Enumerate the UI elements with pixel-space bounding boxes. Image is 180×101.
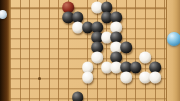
blue-action-button[interactable] — [167, 32, 180, 46]
intersection[interactable] — [15, 93, 25, 101]
intersection[interactable] — [15, 63, 25, 73]
intersection[interactable] — [73, 53, 83, 63]
intersection[interactable] — [35, 53, 45, 63]
intersection[interactable] — [112, 93, 122, 101]
intersection[interactable] — [25, 53, 35, 63]
intersection — [92, 53, 102, 63]
intersection[interactable] — [44, 23, 54, 33]
intersection[interactable] — [44, 63, 54, 73]
intersection[interactable] — [131, 83, 141, 93]
intersection[interactable] — [44, 53, 54, 63]
intersection[interactable] — [15, 3, 25, 13]
intersection[interactable] — [35, 73, 45, 83]
intersection[interactable] — [150, 43, 160, 53]
intersection[interactable] — [63, 73, 73, 83]
intersection — [121, 43, 131, 53]
intersection[interactable] — [15, 13, 25, 23]
intersection[interactable] — [150, 23, 160, 33]
game-screenshot — [0, 0, 180, 101]
intersection[interactable] — [150, 93, 160, 101]
intersection[interactable] — [25, 3, 35, 13]
intersection[interactable] — [25, 13, 35, 23]
intersection[interactable] — [54, 93, 64, 101]
intersection[interactable] — [44, 83, 54, 93]
intersection[interactable] — [15, 83, 25, 93]
intersection[interactable] — [141, 13, 151, 23]
intersection[interactable] — [83, 83, 93, 93]
intersection[interactable] — [35, 83, 45, 93]
intersection[interactable] — [112, 83, 122, 93]
intersection[interactable] — [54, 73, 64, 83]
intersection — [121, 73, 131, 83]
intersection[interactable] — [63, 63, 73, 73]
intersection[interactable] — [54, 23, 64, 33]
intersection[interactable] — [131, 23, 141, 33]
intersection[interactable] — [15, 33, 25, 43]
intersection[interactable] — [25, 63, 35, 73]
intersection[interactable] — [25, 23, 35, 33]
intersection[interactable] — [25, 93, 35, 101]
intersection[interactable] — [15, 53, 25, 63]
intersection[interactable] — [35, 3, 45, 13]
intersection[interactable] — [63, 83, 73, 93]
intersection[interactable] — [131, 43, 141, 53]
intersection[interactable] — [54, 63, 64, 73]
intersection[interactable] — [54, 33, 64, 43]
intersection[interactable] — [83, 93, 93, 101]
right-board-edge — [166, 0, 180, 101]
intersection — [83, 73, 93, 83]
game-board — [6, 3, 170, 101]
intersection — [131, 63, 141, 73]
intersection[interactable] — [150, 13, 160, 23]
intersection[interactable] — [150, 33, 160, 43]
intersection[interactable] — [141, 3, 151, 13]
intersection[interactable] — [73, 33, 83, 43]
intersection[interactable] — [44, 93, 54, 101]
intersection[interactable] — [35, 23, 45, 33]
intersection[interactable] — [35, 63, 45, 73]
intersection[interactable] — [15, 43, 25, 53]
intersection[interactable] — [131, 3, 141, 13]
intersection[interactable] — [141, 33, 151, 43]
intersection[interactable] — [54, 83, 64, 93]
intersection[interactable] — [121, 13, 131, 23]
intersection[interactable] — [35, 93, 45, 101]
intersection[interactable] — [141, 93, 151, 101]
intersection[interactable] — [131, 93, 141, 101]
intersection[interactable] — [44, 43, 54, 53]
intersection[interactable] — [92, 93, 102, 101]
intersection[interactable] — [25, 73, 35, 83]
intersection[interactable] — [54, 53, 64, 63]
intersection[interactable] — [35, 43, 45, 53]
intersection[interactable] — [63, 43, 73, 53]
intersection[interactable] — [15, 23, 25, 33]
intersection[interactable] — [25, 83, 35, 93]
intersection[interactable] — [25, 43, 35, 53]
intersection[interactable] — [92, 83, 102, 93]
intersection[interactable] — [92, 73, 102, 83]
rail-marble-icon — [0, 10, 7, 19]
intersection[interactable] — [121, 3, 131, 13]
intersection[interactable] — [73, 43, 83, 53]
intersection — [141, 53, 151, 63]
intersection[interactable] — [102, 83, 112, 93]
intersection[interactable] — [102, 93, 112, 101]
intersection[interactable] — [131, 33, 141, 43]
intersection[interactable] — [150, 3, 160, 13]
intersection[interactable] — [63, 33, 73, 43]
intersection[interactable] — [121, 93, 131, 101]
intersection[interactable] — [15, 73, 25, 83]
intersection[interactable] — [35, 33, 45, 43]
intersection[interactable] — [121, 23, 131, 33]
intersection[interactable] — [141, 23, 151, 33]
intersection[interactable] — [25, 33, 35, 43]
intersection[interactable] — [63, 53, 73, 63]
intersection[interactable] — [121, 83, 131, 93]
intersection[interactable] — [44, 33, 54, 43]
intersection[interactable] — [44, 73, 54, 83]
intersection[interactable] — [44, 3, 54, 13]
intersection[interactable] — [44, 13, 54, 23]
intersection[interactable] — [54, 43, 64, 53]
intersection[interactable] — [150, 83, 160, 93]
intersection[interactable] — [35, 13, 45, 23]
intersection — [73, 93, 83, 101]
intersection[interactable] — [141, 83, 151, 93]
intersection[interactable] — [131, 13, 141, 23]
intersection — [150, 73, 160, 83]
intersection[interactable] — [102, 73, 112, 83]
